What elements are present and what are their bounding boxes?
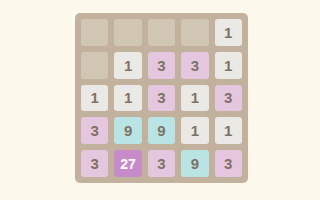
tile-1-r3c1: 1 <box>81 85 108 112</box>
empty-cell-r1c3 <box>148 19 175 46</box>
tile-3-r5c1: 3 <box>81 150 108 177</box>
tile-1-r3c2: 1 <box>114 85 141 112</box>
tile-3-r4c1: 3 <box>81 117 108 144</box>
tile-3-r2c3: 3 <box>148 52 175 79</box>
tile-3-r5c5: 3 <box>215 150 242 177</box>
empty-cell-r1c2 <box>114 19 141 46</box>
tile-3-r3c5: 3 <box>215 85 242 112</box>
tile-1-r4c4: 1 <box>181 117 208 144</box>
tile-1-r1c5: 1 <box>215 19 242 46</box>
empty-cell-r1c1 <box>81 19 108 46</box>
tile-27-r5c2: 27 <box>114 150 141 177</box>
game-board[interactable]: 113311131339911327393 <box>75 13 248 183</box>
tile-1-r4c5: 1 <box>215 117 242 144</box>
tile-3-r3c3: 3 <box>148 85 175 112</box>
tile-3-r2c4: 3 <box>181 52 208 79</box>
tile-1-r2c2: 1 <box>114 52 141 79</box>
tile-1-r2c5: 1 <box>215 52 242 79</box>
game-page: { "game": "2048-style sliding merge puzz… <box>0 0 320 200</box>
tile-9-r4c3: 9 <box>148 117 175 144</box>
tile-9-r5c4: 9 <box>181 150 208 177</box>
tile-3-r5c3: 3 <box>148 150 175 177</box>
tile-1-r3c4: 1 <box>181 85 208 112</box>
tile-9-r4c2: 9 <box>114 117 141 144</box>
empty-cell-r1c4 <box>181 19 208 46</box>
empty-cell-r2c1 <box>81 52 108 79</box>
